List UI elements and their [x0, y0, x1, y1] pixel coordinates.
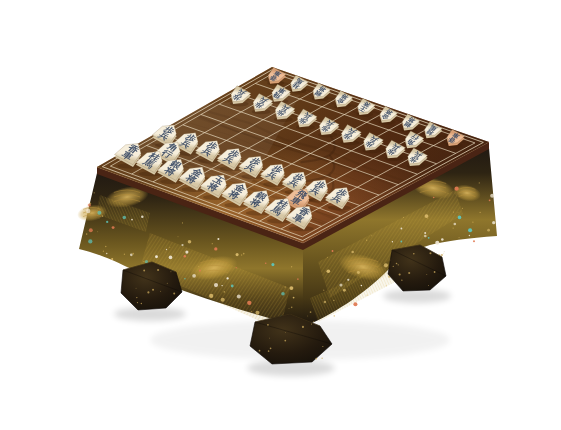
shogi-table-photo: 香車桂馬銀将飛車歩兵金将歩兵王将歩兵金将歩兵銀将歩兵桂馬歩兵歩兵香車角行歩兵歩兵…: [0, 0, 561, 430]
foot-shadow: [383, 289, 451, 303]
table-foot-right: [388, 245, 446, 291]
shogi-board-scene: 香車桂馬銀将飛車歩兵金将歩兵王将歩兵金将歩兵銀将歩兵桂馬歩兵歩兵香車角行歩兵歩兵…: [0, 0, 561, 430]
